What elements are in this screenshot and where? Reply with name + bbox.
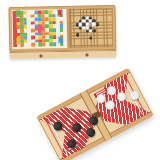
finger-hole-icon xyxy=(39,54,42,57)
castle-icon: ♜ xyxy=(13,37,23,47)
tray-front-edge xyxy=(9,50,116,59)
castle-icon: ♜ xyxy=(13,10,23,20)
castle-icon: ♜ xyxy=(55,36,65,46)
go-stone-black[interactable] xyxy=(95,23,98,26)
multi-game-tray: ♜♜♜♜ xyxy=(8,5,116,58)
go-stone-white[interactable] xyxy=(92,23,95,26)
gomoku-board xyxy=(69,8,114,48)
tray-top-face: ♜♜♜♜ xyxy=(8,5,116,52)
finger-hole-icon xyxy=(85,53,88,56)
flying-chess-center-emblem xyxy=(35,24,44,33)
tray-inner: ♜♜♜♜ xyxy=(12,8,114,49)
go-stone-black[interactable] xyxy=(92,29,95,32)
castle-icon: ♜ xyxy=(55,9,65,19)
go-stone-black[interactable] xyxy=(89,36,92,39)
go-stone-black[interactable] xyxy=(76,33,79,36)
sling-puck-board xyxy=(36,68,153,160)
flying-chess-board: ♜♜♜♜ xyxy=(12,9,68,49)
go-stone-white[interactable] xyxy=(89,29,92,32)
product-photo-background: ♜♜♜♜ xyxy=(0,0,160,160)
